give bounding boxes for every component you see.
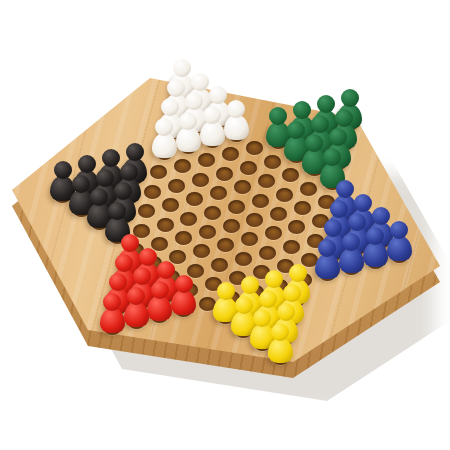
board-hole[interactable] (288, 220, 305, 234)
peg-head (227, 100, 245, 118)
peg-head (318, 239, 336, 257)
peg-head (366, 227, 384, 245)
peg-head (341, 89, 359, 107)
peg-body (100, 308, 125, 333)
board-hole[interactable] (228, 200, 245, 214)
board-hole[interactable] (175, 231, 192, 245)
board-hole[interactable] (259, 246, 276, 260)
chinese-checkers-scene (0, 0, 450, 450)
board-hole[interactable] (265, 226, 282, 240)
board-hole[interactable] (235, 252, 252, 266)
board-hole[interactable] (246, 213, 263, 227)
board-hole[interactable] (234, 180, 251, 194)
blue-peg[interactable] (313, 239, 341, 279)
board-hole[interactable] (264, 155, 281, 169)
peg-head (329, 128, 347, 146)
peg-head (114, 182, 132, 200)
red-peg[interactable] (122, 287, 150, 327)
peg-body (363, 242, 388, 267)
board-hole[interactable] (282, 168, 299, 182)
peg-body (339, 248, 364, 273)
board-hole[interactable] (223, 219, 240, 233)
board-hole[interactable] (180, 212, 197, 226)
board-hole[interactable] (283, 240, 300, 254)
blue-peg[interactable] (337, 233, 365, 273)
peg-body (315, 254, 340, 279)
board-hole[interactable] (150, 165, 167, 179)
peg-body (124, 302, 149, 327)
peg-head (151, 281, 169, 299)
board-hole[interactable] (217, 238, 234, 252)
board-hole[interactable] (222, 147, 239, 161)
board-hole[interactable] (300, 182, 317, 196)
peg-head (289, 264, 307, 282)
peg-body (171, 290, 196, 315)
board-hole[interactable] (186, 192, 203, 206)
red-peg[interactable] (98, 293, 126, 333)
yellow-peg[interactable] (266, 323, 294, 363)
peg-head (335, 109, 353, 127)
peg-head (277, 303, 295, 321)
blue-peg[interactable] (361, 227, 389, 267)
white-peg[interactable] (198, 106, 226, 146)
board-hole[interactable] (252, 194, 269, 208)
white-peg[interactable] (222, 100, 250, 140)
board-hole[interactable] (199, 225, 216, 239)
board-hole[interactable] (174, 159, 191, 173)
peg-head (127, 287, 145, 305)
blue-peg[interactable] (385, 221, 413, 261)
board-hole[interactable] (162, 198, 179, 212)
white-peg[interactable] (174, 112, 202, 152)
peg-head (175, 275, 193, 293)
peg-head (342, 233, 360, 251)
peg-body (268, 338, 293, 363)
red-peg[interactable] (146, 281, 174, 321)
peg-head (283, 284, 301, 302)
peg-head (390, 221, 408, 239)
board-hole[interactable] (204, 206, 221, 220)
board-hole[interactable] (168, 179, 185, 193)
board-hole[interactable] (198, 153, 215, 167)
peg-body (176, 127, 201, 152)
board-hole[interactable] (241, 232, 258, 246)
board-hole[interactable] (192, 173, 209, 187)
peg-head (103, 293, 121, 311)
peg-body (200, 121, 225, 146)
board-hole[interactable] (144, 185, 161, 199)
board-hole[interactable] (193, 244, 210, 258)
board-hole[interactable] (270, 207, 287, 221)
peg-head (155, 118, 173, 136)
board-hole[interactable] (246, 141, 263, 155)
peg-head (108, 202, 126, 220)
white-peg[interactable] (150, 118, 178, 158)
board-hole[interactable] (211, 258, 228, 272)
peg-body (147, 296, 172, 321)
board-hole[interactable] (210, 186, 227, 200)
board-hole[interactable] (240, 161, 257, 175)
board-hole[interactable] (216, 167, 233, 181)
board-hole[interactable] (258, 174, 275, 188)
board-hole[interactable] (157, 218, 174, 232)
peg-body (224, 115, 249, 140)
peg-head (120, 163, 138, 181)
red-peg[interactable] (170, 275, 198, 315)
board-hole[interactable] (276, 188, 293, 202)
board-hole[interactable] (138, 204, 155, 218)
peg-head (323, 148, 341, 166)
peg-body (152, 133, 177, 158)
peg-head (126, 143, 144, 161)
chinese-checkers-board (0, 0, 450, 450)
peg-head (203, 106, 221, 124)
peg-head (271, 323, 289, 341)
board-hole[interactable] (294, 201, 311, 215)
peg-head (179, 112, 197, 130)
peg-body (387, 236, 412, 261)
